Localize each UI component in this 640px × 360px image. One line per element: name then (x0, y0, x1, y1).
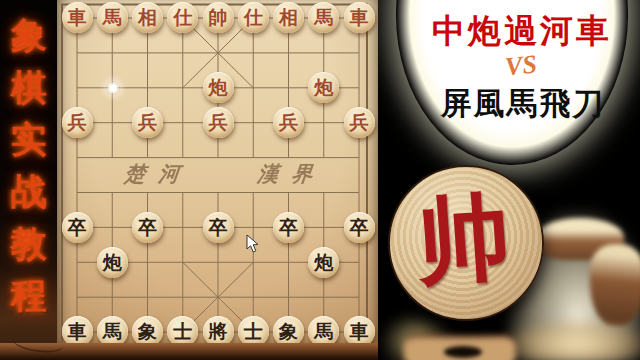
piece-red-chariot[interactable]: 車 (62, 2, 93, 33)
piece-glyph: 卒 (209, 218, 228, 237)
piece-glyph: 卒 (138, 218, 157, 237)
piece-glyph: 象 (138, 322, 157, 341)
piece-glyph: 馬 (314, 8, 333, 27)
piece-red-chariot[interactable]: 車 (344, 2, 375, 33)
piece-glyph: 仕 (173, 8, 192, 27)
piece-red-advisor[interactable]: 仕 (167, 2, 198, 33)
piece-black-soldier[interactable]: 卒 (203, 212, 234, 243)
piece-glyph: 士 (244, 322, 263, 341)
banner-char: 棋 (11, 70, 47, 106)
decor-photo: 帅 (378, 118, 640, 360)
marshal-character: 帅 (414, 189, 514, 289)
piece-glyph: 馬 (103, 322, 122, 341)
banner-char: 战 (11, 174, 47, 210)
piece-glyph: 相 (279, 8, 298, 27)
piece-glyph: 炮 (103, 253, 122, 272)
piece-glyph: 將 (209, 322, 228, 341)
marshal-piece-photo: 帅 (388, 165, 544, 321)
piece-red-soldier[interactable]: 兵 (273, 107, 304, 138)
board-grid: 車馬相仕帥仕相馬車炮炮兵兵兵兵兵卒卒卒卒卒炮炮車馬象士將士象馬車 (59, 1, 376, 350)
piece-glyph: 炮 (209, 78, 228, 97)
piece-glyph: 士 (173, 322, 192, 341)
photo-piece-stand (444, 346, 482, 358)
piece-glyph: 馬 (103, 8, 122, 27)
piece-black-cannon[interactable]: 炮 (308, 247, 339, 278)
piece-glyph: 兵 (279, 113, 298, 132)
piece-black-soldier[interactable]: 卒 (273, 212, 304, 243)
piece-red-elephant[interactable]: 相 (273, 2, 304, 33)
banner-char: 教 (11, 226, 47, 262)
piece-glyph: 兵 (138, 113, 157, 132)
piece-glyph: 象 (279, 322, 298, 341)
right-panel: 中炮過河車 VS 屏風馬飛刀 帅 (378, 0, 640, 360)
banner-char: 程 (11, 278, 47, 314)
photo-table-glow (506, 322, 640, 360)
piece-red-general[interactable]: 帥 (203, 2, 234, 33)
piece-red-cannon[interactable]: 炮 (203, 72, 234, 103)
piece-glyph: 仕 (244, 8, 263, 27)
piece-red-advisor[interactable]: 仕 (238, 2, 269, 33)
piece-glyph: 兵 (68, 113, 87, 132)
piece-glyph: 車 (68, 8, 87, 27)
piece-glyph: 車 (350, 322, 369, 341)
piece-glyph: 兵 (350, 113, 369, 132)
piece-red-elephant[interactable]: 相 (132, 2, 163, 33)
piece-red-horse[interactable]: 馬 (308, 2, 339, 33)
piece-glyph: 馬 (314, 322, 333, 341)
video-frame: 象 棋 实 战 教 程 楚河 漢界 車馬相仕帥仕相馬車炮炮兵兵兵兵兵卒 (0, 0, 640, 360)
left-banner: 象 棋 实 战 教 程 (0, 0, 57, 360)
banner-char: 实 (11, 122, 47, 158)
piece-red-soldier[interactable]: 兵 (203, 107, 234, 138)
piece-red-soldier[interactable]: 兵 (344, 107, 375, 138)
piece-red-soldier[interactable]: 兵 (132, 107, 163, 138)
piece-red-horse[interactable]: 馬 (97, 2, 128, 33)
piece-black-soldier[interactable]: 卒 (344, 212, 375, 243)
piece-glyph: 卒 (350, 218, 369, 237)
piece-glyph: 帥 (209, 8, 228, 27)
piece-glyph: 卒 (68, 218, 87, 237)
piece-red-soldier[interactable]: 兵 (62, 107, 93, 138)
piece-black-soldier[interactable]: 卒 (62, 212, 93, 243)
piece-red-cannon[interactable]: 炮 (308, 72, 339, 103)
piece-glyph: 炮 (314, 253, 333, 272)
piece-glyph: 車 (350, 8, 369, 27)
xiangqi-board[interactable]: 楚河 漢界 車馬相仕帥仕相馬車炮炮兵兵兵兵兵卒卒卒卒卒炮炮車馬象士將士象馬車 (57, 0, 378, 346)
piece-glyph: 兵 (209, 113, 228, 132)
piece-glyph: 車 (68, 322, 87, 341)
banner-text: 象 棋 实 战 教 程 (0, 18, 57, 314)
piece-glyph: 相 (138, 8, 157, 27)
banner-char: 象 (11, 18, 47, 54)
piece-glyph: 炮 (314, 78, 333, 97)
piece-glyph: 卒 (279, 218, 298, 237)
piece-black-cannon[interactable]: 炮 (97, 247, 128, 278)
photo-blurred-bowl (590, 244, 640, 326)
piece-black-soldier[interactable]: 卒 (132, 212, 163, 243)
